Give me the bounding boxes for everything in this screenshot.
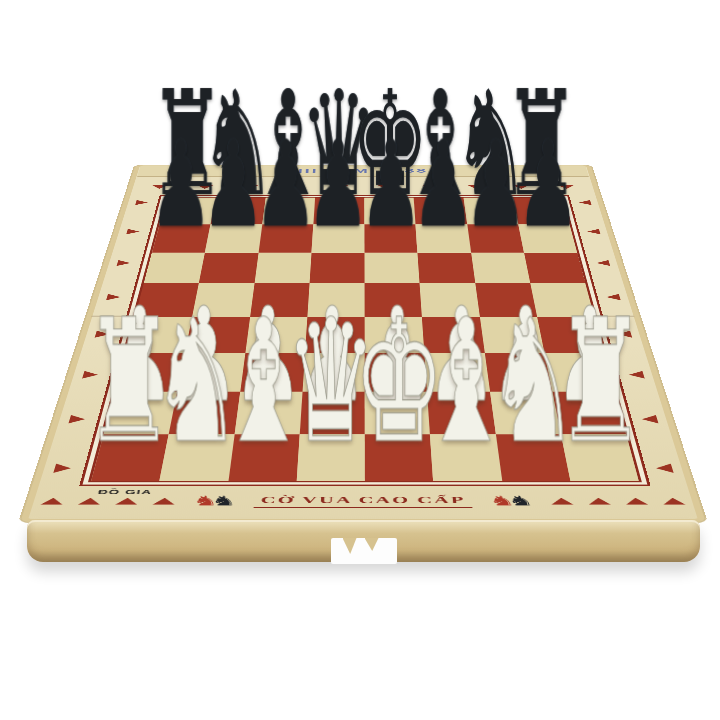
triangle-ornament — [654, 464, 673, 473]
triangle-ornament — [551, 498, 574, 505]
triangle-ornament — [662, 498, 686, 505]
square-f6[interactable] — [418, 253, 475, 284]
piece-black-pawn-h7[interactable]: ♟ — [516, 124, 580, 243]
square-c6[interactable] — [254, 253, 311, 284]
edge-stamp-mark: 88 — [404, 167, 428, 174]
triangle-ornament — [78, 498, 101, 505]
chess-board: ♜♞♝♛♚♝♞♜♟♟♟♟♟♟♟♟♟♟♟♟♟♟♟♟♜♞♝♛♚♝♞♜ — [91, 198, 639, 481]
square-a6[interactable] — [144, 253, 205, 284]
latch-tab — [343, 538, 357, 554]
knight-pair-icon: ♞♞ — [488, 494, 535, 508]
square-h7[interactable]: ♟ — [518, 224, 577, 252]
triangle-ornament — [40, 498, 64, 505]
board-case: III M 88 ♜♞♝♛♚♝♞♜♟♟♟♟♟♟♟♟♟♟♟♟♟♟♟♟♜♞♝♛♚♝♞… — [18, 165, 708, 523]
piece-white-rook-h1[interactable]: ♜ — [555, 296, 647, 466]
black-knight-icon: ♞ — [506, 493, 535, 509]
square-g6[interactable] — [471, 253, 530, 284]
triangle-ornament — [152, 498, 175, 505]
chess-set-photo: III M 88 ♜♞♝♛♚♝♞♜♟♟♟♟♟♟♟♟♟♟♟♟♟♟♟♟♜♞♝♛♚♝♞… — [0, 0, 720, 720]
knight-pair-icon: ♞♞ — [191, 494, 238, 508]
board-title: CỜ VUA CAO CẤP — [254, 494, 472, 507]
border-ornaments-bottom-left — [40, 498, 175, 505]
triangle-ornament — [53, 464, 72, 473]
title-strip: ♞♞ CỜ VUA CAO CẤP ♞♞ — [22, 487, 703, 516]
square-d6[interactable] — [309, 253, 364, 284]
square-d7[interactable]: ♟ — [311, 224, 364, 252]
square-e6[interactable] — [364, 253, 419, 284]
square-f7[interactable]: ♟ — [416, 224, 471, 252]
square-b6[interactable] — [199, 253, 258, 284]
triangle-ornament — [595, 260, 610, 266]
square-e7[interactable]: ♟ — [364, 224, 417, 252]
border-ornaments-bottom-right — [551, 498, 686, 505]
triangle-ornament — [588, 498, 611, 505]
triangle-ornament — [116, 260, 131, 266]
edge-stamp-mark: III — [298, 167, 319, 174]
black-knight-icon: ♞ — [210, 493, 238, 509]
triangle-ornament — [115, 498, 138, 505]
square-h1[interactable]: ♜ — [561, 434, 639, 481]
square-h6[interactable] — [524, 253, 585, 284]
triangle-ornament — [625, 498, 648, 505]
case-front-edge — [27, 520, 700, 562]
triangle-ornament — [586, 229, 600, 234]
latch-notch[interactable] — [331, 538, 397, 564]
triangle-ornament — [126, 229, 140, 234]
latch-tab — [365, 538, 379, 551]
edge-stamp-mark: M — [353, 167, 370, 174]
triangle-ornament — [135, 200, 148, 205]
